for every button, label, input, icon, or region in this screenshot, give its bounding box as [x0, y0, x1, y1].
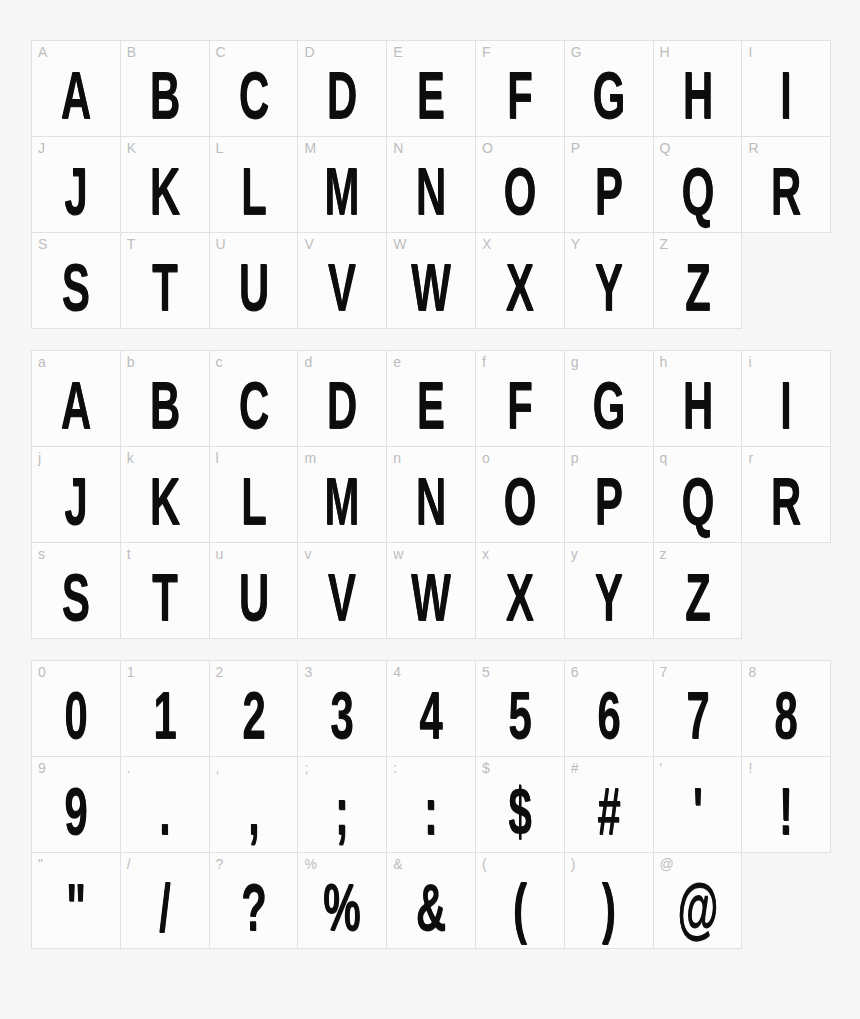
cell-glyph: Y — [581, 254, 637, 320]
charmap-cell: dD — [297, 350, 387, 447]
cell-glyph: M — [314, 158, 370, 224]
cell-glyph: 3 — [314, 682, 370, 748]
charmap-cell: XX — [475, 232, 565, 329]
cell-character-label: @ — [660, 856, 674, 872]
cell-character-label: I — [748, 44, 752, 60]
cell-glyph: A — [48, 372, 104, 438]
cell-character-label: S — [38, 236, 47, 252]
charmap-cell: FF — [475, 40, 565, 137]
charmap-cell: hH — [653, 350, 743, 447]
cell-character-label: a — [38, 354, 46, 370]
cell-character-label: k — [127, 450, 134, 466]
cell-character-label: Y — [571, 236, 580, 252]
cell-glyph: D — [314, 62, 370, 128]
cell-glyph: T — [137, 564, 193, 630]
charmap-row: 001122334455667788 — [31, 660, 860, 757]
cell-glyph: J — [48, 158, 104, 224]
cell-glyph: C — [225, 62, 281, 128]
cell-character-label: j — [38, 450, 41, 466]
charmap-cell: sS — [31, 542, 121, 639]
cell-glyph: W — [403, 564, 459, 630]
cell-glyph: 9 — [48, 778, 104, 844]
cell-glyph: I — [758, 62, 814, 128]
cell-character-label: f — [482, 354, 486, 370]
cell-character-label: i — [748, 354, 751, 370]
cell-character-label: w — [393, 546, 403, 562]
digits-punctuation-section: 00112233445566778899..,,;;::$$##''!!""//… — [31, 660, 860, 949]
cell-glyph: H — [669, 372, 725, 438]
charmap-cell: SS — [31, 232, 121, 329]
charmap-cell: bB — [120, 350, 210, 447]
charmap-cell: eE — [386, 350, 476, 447]
cell-character-label: h — [660, 354, 668, 370]
cell-character-label: P — [571, 140, 580, 156]
charmap-cell: fF — [475, 350, 565, 447]
charmap-row: JJKKLLMMNNOOPPQQRR — [31, 136, 860, 233]
cell-glyph: I — [758, 372, 814, 438]
cell-character-label: Q — [660, 140, 671, 156]
cell-character-label: L — [216, 140, 224, 156]
cell-character-label: t — [127, 546, 131, 562]
lowercase-section: aAbBcCdDeEfFgGhHiIjJkKlLmMnNoOpPqQrRsStT… — [31, 350, 860, 639]
cell-character-label: A — [38, 44, 47, 60]
charmap-cell: VV — [297, 232, 387, 329]
cell-glyph: 2 — [225, 682, 281, 748]
charmap-cell: !! — [741, 756, 831, 853]
cell-character-label: ? — [216, 856, 224, 872]
cell-glyph: L — [225, 468, 281, 534]
cell-glyph: A — [48, 62, 104, 128]
charmap-cell: 66 — [564, 660, 654, 757]
cell-glyph: K — [137, 468, 193, 534]
charmap-row: ""//??%%&&(())@@ — [31, 852, 860, 949]
charmap-cell: KK — [120, 136, 210, 233]
cell-character-label: W — [393, 236, 406, 252]
cell-glyph: H — [669, 62, 725, 128]
charmap-cell: .. — [120, 756, 210, 853]
charmap-cell: LL — [209, 136, 299, 233]
charmap-cell: YY — [564, 232, 654, 329]
charmap-cell: 77 — [653, 660, 743, 757]
charmap-cell: 55 — [475, 660, 565, 757]
cell-glyph: F — [492, 372, 548, 438]
cell-glyph: X — [492, 564, 548, 630]
cell-glyph: 1 — [137, 682, 193, 748]
charmap-cell: NN — [386, 136, 476, 233]
charmap-cell: jJ — [31, 446, 121, 543]
charmap-cell: ,, — [209, 756, 299, 853]
cell-glyph: V — [314, 564, 370, 630]
cell-character-label: C — [216, 44, 226, 60]
cell-character-label: H — [660, 44, 670, 60]
cell-character-label: ( — [482, 856, 487, 872]
charmap-cell: gG — [564, 350, 654, 447]
cell-character-label: ) — [571, 856, 576, 872]
cell-glyph: D — [314, 372, 370, 438]
cell-character-label: q — [660, 450, 668, 466]
cell-character-label: / — [127, 856, 131, 872]
charmap-cell: wW — [386, 542, 476, 639]
charmap-cell: CC — [209, 40, 299, 137]
cell-glyph: O — [492, 468, 548, 534]
cell-glyph: ( — [492, 874, 548, 940]
cell-glyph: Y — [581, 564, 637, 630]
charmap-cell: II — [741, 40, 831, 137]
cell-character-label: 2 — [216, 664, 224, 680]
charmap-cell: tT — [120, 542, 210, 639]
cell-glyph: B — [137, 62, 193, 128]
cell-character-label: 7 — [660, 664, 668, 680]
uppercase-section: AABBCCDDEEFFGGHHIIJJKKLLMMNNOOPPQQRRSSTT… — [31, 40, 860, 329]
cell-glyph: U — [225, 254, 281, 320]
cell-character-label: Z — [660, 236, 669, 252]
charmap-cell: 33 — [297, 660, 387, 757]
cell-glyph: M — [314, 468, 370, 534]
cell-character-label: d — [304, 354, 312, 370]
charmap-cell: JJ — [31, 136, 121, 233]
cell-glyph: Q — [669, 158, 725, 224]
cell-character-label: c — [216, 354, 223, 370]
cell-glyph: ' — [669, 778, 725, 844]
cell-glyph: P — [581, 158, 637, 224]
charmap-cell: zZ — [653, 542, 743, 639]
charmap-cell: 44 — [386, 660, 476, 757]
charmap-cell: 22 — [209, 660, 299, 757]
charmap-cell: 11 — [120, 660, 210, 757]
charmap-cell: // — [120, 852, 210, 949]
charmap-cell: %% — [297, 852, 387, 949]
charmap-cell: UU — [209, 232, 299, 329]
cell-character-label: ; — [304, 760, 308, 776]
cell-character-label: n — [393, 450, 401, 466]
cell-character-label: M — [304, 140, 316, 156]
cell-character-label: K — [127, 140, 136, 156]
cell-glyph: 7 — [669, 682, 725, 748]
cell-glyph: Z — [669, 254, 725, 320]
cell-character-label: x — [482, 546, 489, 562]
charmap-cell: RR — [741, 136, 831, 233]
charmap-cell: 99 — [31, 756, 121, 853]
cell-character-label: N — [393, 140, 403, 156]
charmap-cell: 00 — [31, 660, 121, 757]
charmap-row: SSTTUUVVWWXXYYZZ — [31, 232, 860, 329]
cell-glyph: R — [758, 468, 814, 534]
cell-glyph: K — [137, 158, 193, 224]
charmap-row: aAbBcCdDeEfFgGhHiI — [31, 350, 860, 447]
charmap-cell: HH — [653, 40, 743, 137]
cell-glyph: , — [225, 778, 281, 844]
cell-glyph: ) — [581, 874, 637, 940]
cell-glyph: G — [581, 62, 637, 128]
charmap-cell: cC — [209, 350, 299, 447]
charmap-cell: iI — [741, 350, 831, 447]
cell-glyph: ! — [758, 778, 814, 844]
cell-glyph: ? — [225, 874, 281, 940]
cell-glyph: 4 — [403, 682, 459, 748]
cell-character-label: l — [216, 450, 219, 466]
charmap-row: sStTuUvVwWxXyYzZ — [31, 542, 860, 639]
cell-character-label: o — [482, 450, 490, 466]
cell-character-label: 8 — [748, 664, 756, 680]
cell-character-label: e — [393, 354, 401, 370]
cell-glyph: W — [403, 254, 459, 320]
cell-character-label: G — [571, 44, 582, 60]
cell-character-label: 9 — [38, 760, 46, 776]
cell-glyph: O — [492, 158, 548, 224]
charmap-cell: rR — [741, 446, 831, 543]
charmap-cell: EE — [386, 40, 476, 137]
cell-character-label: b — [127, 354, 135, 370]
cell-glyph: N — [403, 158, 459, 224]
character-map: AABBCCDDEEFFGGHHIIJJKKLLMMNNOOPPQQRRSSTT… — [0, 0, 860, 949]
cell-character-label: m — [304, 450, 316, 466]
cell-character-label: & — [393, 856, 402, 872]
charmap-cell: kK — [120, 446, 210, 543]
cell-glyph: ; — [314, 778, 370, 844]
charmap-cell: :: — [386, 756, 476, 853]
cell-glyph: C — [225, 372, 281, 438]
cell-glyph: Z — [669, 564, 725, 630]
cell-character-label: ' — [660, 760, 663, 776]
cell-character-label: E — [393, 44, 402, 60]
cell-glyph: B — [137, 372, 193, 438]
charmap-cell: QQ — [653, 136, 743, 233]
cell-character-label: J — [38, 140, 45, 156]
cell-character-label: V — [304, 236, 313, 252]
charmap-cell: && — [386, 852, 476, 949]
charmap-row: jJkKlLmMnNoOpPqQrR — [31, 446, 860, 543]
cell-character-label: g — [571, 354, 579, 370]
cell-character-label: 1 — [127, 664, 135, 680]
charmap-cell: mM — [297, 446, 387, 543]
charmap-cell: DD — [297, 40, 387, 137]
charmap-cell: aA — [31, 350, 121, 447]
cell-character-label: " — [38, 856, 43, 872]
cell-glyph: # — [581, 778, 637, 844]
charmap-cell: BB — [120, 40, 210, 137]
charmap-cell: nN — [386, 446, 476, 543]
cell-character-label: 5 — [482, 664, 490, 680]
cell-character-label: R — [748, 140, 758, 156]
cell-character-label: U — [216, 236, 226, 252]
charmap-cell: AA — [31, 40, 121, 137]
charmap-cell: )) — [564, 852, 654, 949]
charmap-cell: (( — [475, 852, 565, 949]
charmap-cell: ;; — [297, 756, 387, 853]
cell-glyph: V — [314, 254, 370, 320]
charmap-cell: ?? — [209, 852, 299, 949]
charmap-cell: TT — [120, 232, 210, 329]
cell-glyph: $ — [492, 778, 548, 844]
cell-character-label: v — [304, 546, 311, 562]
charmap-cell: yY — [564, 542, 654, 639]
cell-glyph: R — [758, 158, 814, 224]
cell-glyph: G — [581, 372, 637, 438]
cell-glyph: Q — [669, 468, 725, 534]
charmap-cell: "" — [31, 852, 121, 949]
charmap-cell: @@ — [653, 852, 743, 949]
charmap-cell: xX — [475, 542, 565, 639]
cell-character-label: F — [482, 44, 491, 60]
charmap-cell: oO — [475, 446, 565, 543]
cell-character-label: . — [127, 760, 131, 776]
charmap-row: AABBCCDDEEFFGGHHII — [31, 40, 860, 137]
cell-character-label: , — [216, 760, 220, 776]
cell-character-label: 6 — [571, 664, 579, 680]
cell-character-label: 4 — [393, 664, 401, 680]
charmap-cell: $$ — [475, 756, 565, 853]
cell-glyph: 6 — [581, 682, 637, 748]
cell-glyph: F — [492, 62, 548, 128]
charmap-cell: pP — [564, 446, 654, 543]
charmap-cell: GG — [564, 40, 654, 137]
charmap-cell: '' — [653, 756, 743, 853]
cell-glyph: % — [314, 874, 370, 940]
cell-glyph: / — [137, 874, 193, 940]
cell-glyph: 5 — [492, 682, 548, 748]
cell-glyph: J — [48, 468, 104, 534]
cell-glyph: X — [492, 254, 548, 320]
charmap-cell: ## — [564, 756, 654, 853]
cell-glyph: 0 — [48, 682, 104, 748]
cell-glyph: N — [403, 468, 459, 534]
cell-character-label: s — [38, 546, 45, 562]
cell-character-label: X — [482, 236, 491, 252]
cell-glyph: P — [581, 468, 637, 534]
cell-character-label: u — [216, 546, 224, 562]
cell-character-label: 0 — [38, 664, 46, 680]
cell-glyph: & — [403, 874, 459, 940]
cell-glyph: @ — [669, 874, 725, 940]
cell-character-label: p — [571, 450, 579, 466]
cell-character-label: % — [304, 856, 316, 872]
cell-character-label: T — [127, 236, 136, 252]
cell-character-label: 3 — [304, 664, 312, 680]
cell-character-label: # — [571, 760, 579, 776]
charmap-cell: vV — [297, 542, 387, 639]
charmap-cell: 88 — [741, 660, 831, 757]
cell-character-label: : — [393, 760, 397, 776]
cell-glyph: E — [403, 372, 459, 438]
cell-glyph: U — [225, 564, 281, 630]
cell-character-label: y — [571, 546, 578, 562]
cell-glyph: . — [137, 778, 193, 844]
cell-glyph: T — [137, 254, 193, 320]
charmap-cell: lL — [209, 446, 299, 543]
cell-glyph: 8 — [758, 682, 814, 748]
cell-glyph: S — [48, 564, 104, 630]
cell-glyph: : — [403, 778, 459, 844]
cell-character-label: z — [660, 546, 667, 562]
charmap-cell: uU — [209, 542, 299, 639]
cell-glyph: L — [225, 158, 281, 224]
cell-character-label: D — [304, 44, 314, 60]
charmap-cell: qQ — [653, 446, 743, 543]
cell-glyph: " — [48, 874, 104, 940]
charmap-cell: ZZ — [653, 232, 743, 329]
cell-glyph: S — [48, 254, 104, 320]
charmap-cell: OO — [475, 136, 565, 233]
charmap-cell: PP — [564, 136, 654, 233]
cell-glyph: E — [403, 62, 459, 128]
cell-character-label: $ — [482, 760, 490, 776]
charmap-cell: MM — [297, 136, 387, 233]
charmap-cell: WW — [386, 232, 476, 329]
cell-character-label: r — [748, 450, 753, 466]
cell-character-label: O — [482, 140, 493, 156]
charmap-row: 99..,,;;::$$##''!! — [31, 756, 860, 853]
cell-character-label: B — [127, 44, 136, 60]
cell-character-label: ! — [748, 760, 752, 776]
